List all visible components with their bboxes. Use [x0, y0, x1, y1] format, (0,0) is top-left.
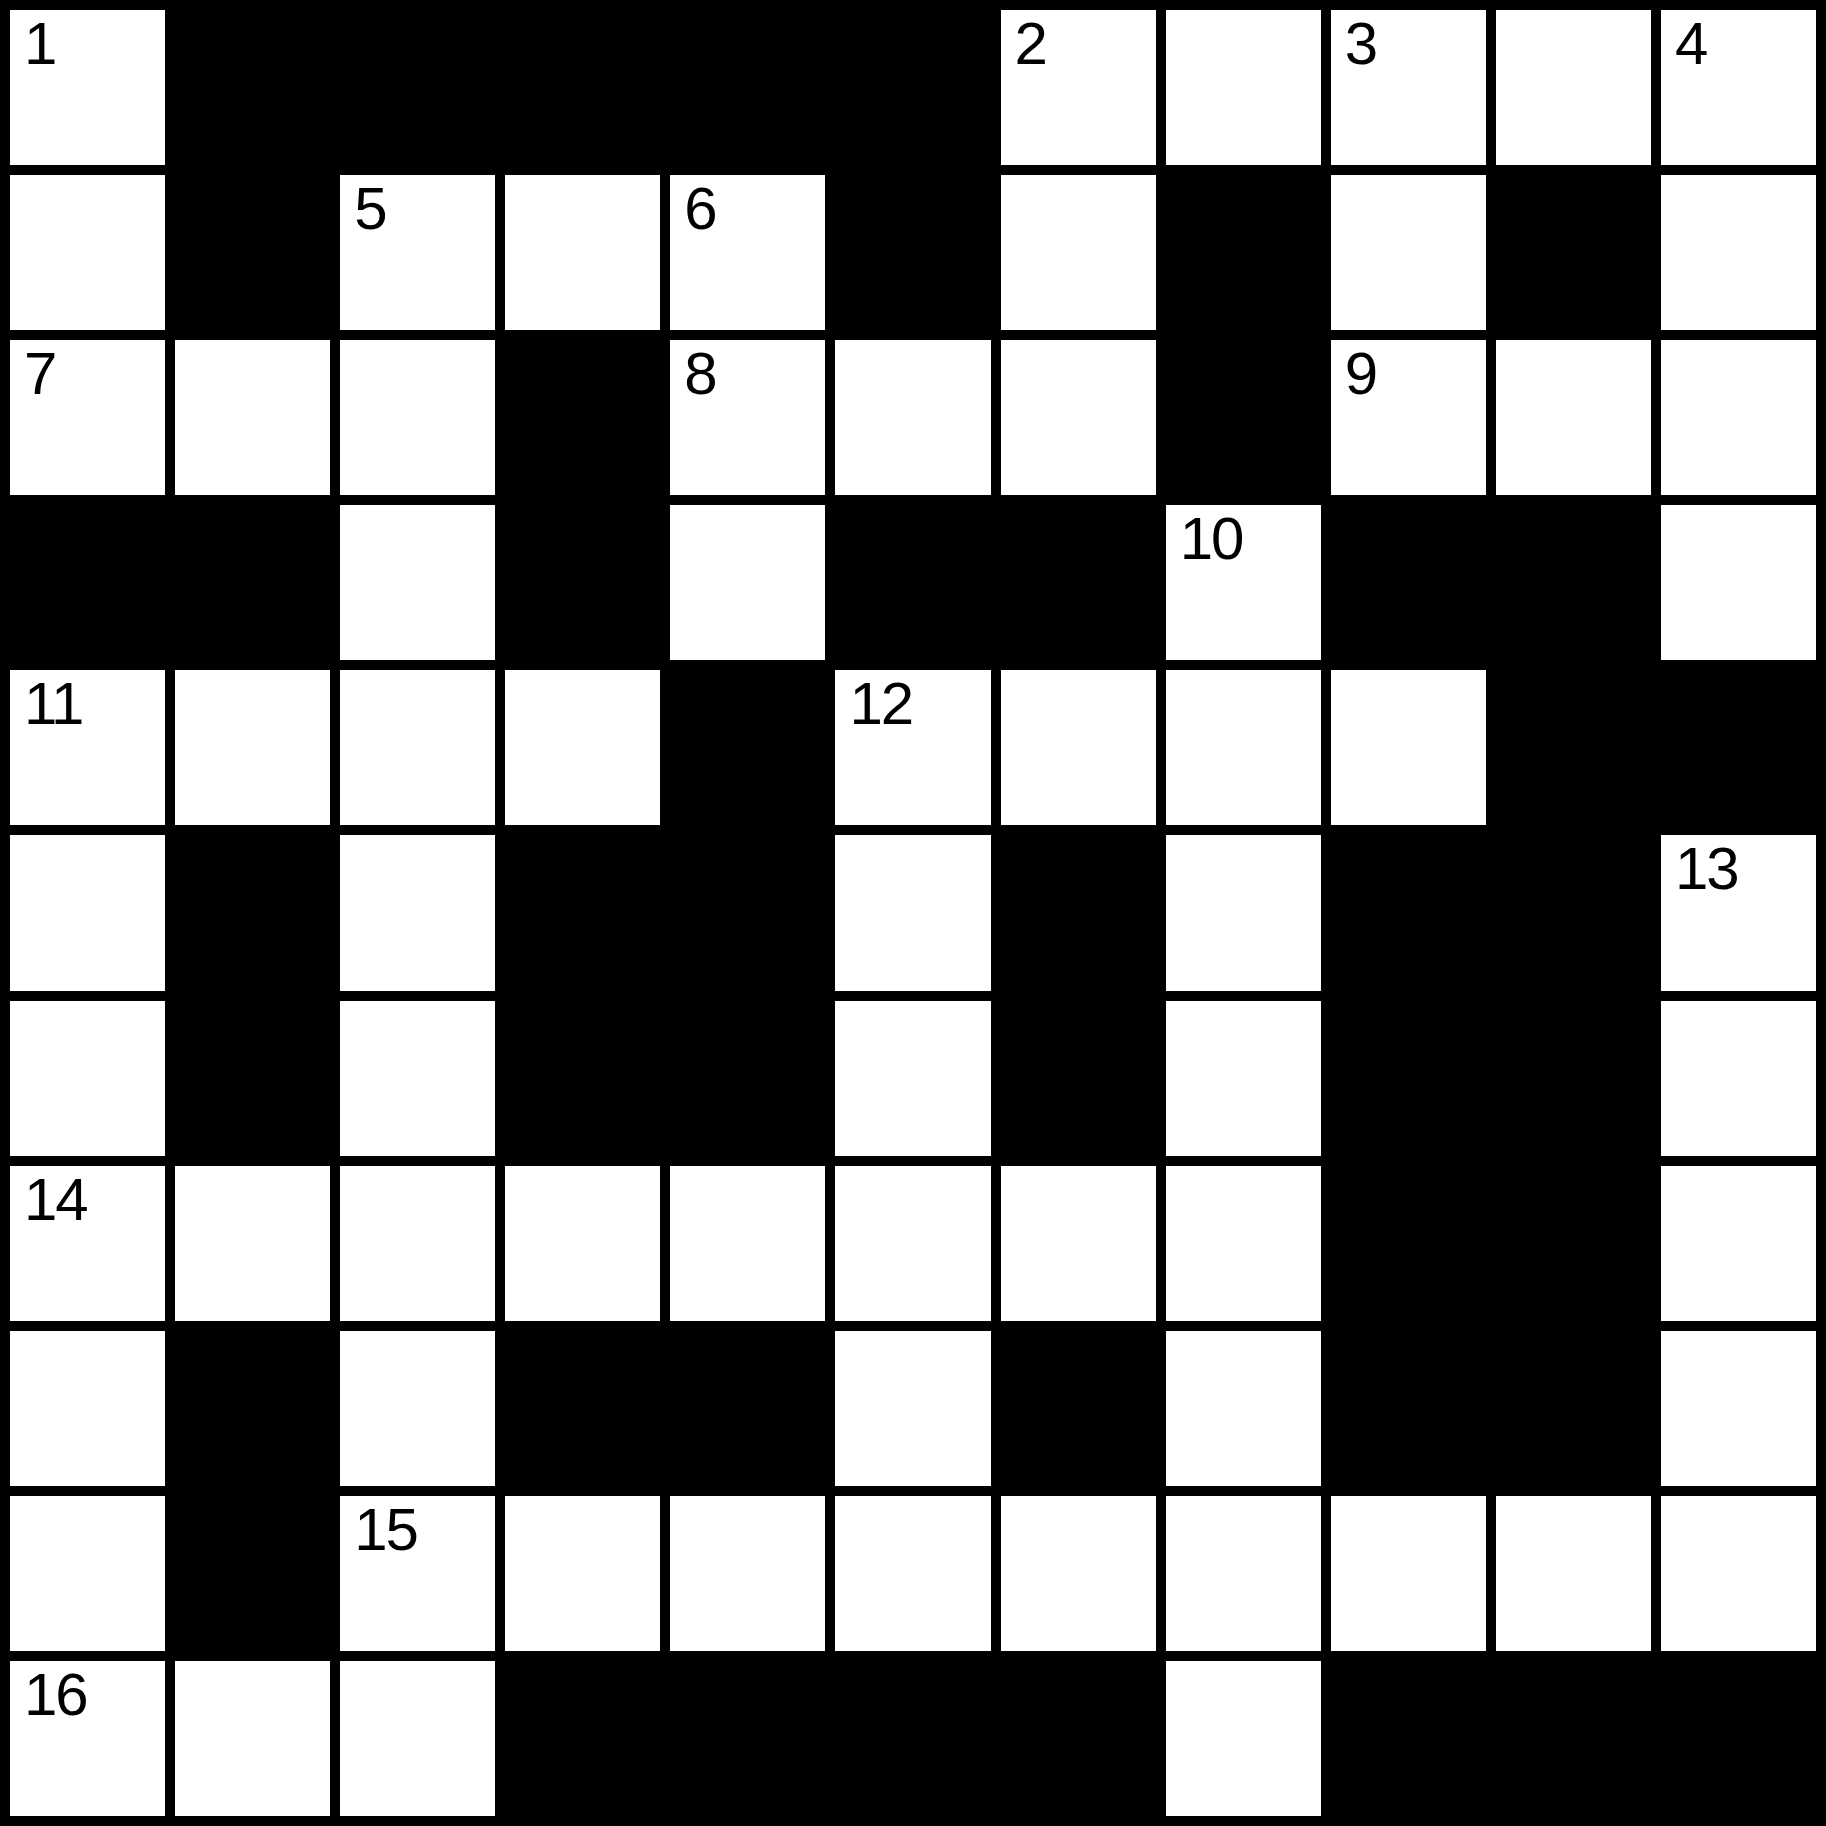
cell-r11c8[interactable] — [1166, 1661, 1321, 1816]
cell-r7c1[interactable] — [10, 1001, 165, 1156]
cell-r8c5[interactable] — [670, 1166, 825, 1321]
cell-r6c1[interactable] — [10, 835, 165, 990]
cell-r8c1[interactable]: 14 — [10, 1166, 165, 1321]
cell-r2c4[interactable] — [505, 175, 660, 330]
cell-r7c6[interactable] — [835, 1001, 990, 1156]
cell-r10c7[interactable] — [1001, 1496, 1156, 1651]
cell-r8c3[interactable] — [340, 1166, 495, 1321]
block-r4c6 — [835, 505, 990, 660]
block-r1c6 — [835, 10, 990, 165]
block-r6c9 — [1331, 835, 1486, 990]
cell-r7c11[interactable] — [1661, 1001, 1816, 1156]
cell-r3c3[interactable] — [340, 340, 495, 495]
cell-r1c9[interactable]: 3 — [1331, 10, 1486, 165]
block-r2c10 — [1496, 175, 1651, 330]
block-r6c10 — [1496, 835, 1651, 990]
cell-r11c1[interactable]: 16 — [10, 1661, 165, 1816]
block-r2c8 — [1166, 175, 1321, 330]
cell-r8c6[interactable] — [835, 1166, 990, 1321]
cell-r8c2[interactable] — [175, 1166, 330, 1321]
block-r1c2 — [175, 10, 330, 165]
clue-number-14: 14 — [24, 1170, 87, 1230]
block-r7c9 — [1331, 1001, 1486, 1156]
cell-r4c11[interactable] — [1661, 505, 1816, 660]
block-r11c10 — [1496, 1661, 1651, 1816]
block-r6c2 — [175, 835, 330, 990]
block-r5c5 — [670, 670, 825, 825]
clue-number-9: 9 — [1345, 344, 1376, 404]
cell-r5c9[interactable] — [1331, 670, 1486, 825]
block-r6c5 — [670, 835, 825, 990]
cell-r5c8[interactable] — [1166, 670, 1321, 825]
cell-r9c11[interactable] — [1661, 1331, 1816, 1486]
clue-number-6: 6 — [684, 179, 715, 239]
clue-number-11: 11 — [24, 674, 82, 734]
clue-number-2: 2 — [1015, 14, 1046, 74]
block-r11c4 — [505, 1661, 660, 1816]
cell-r10c3[interactable]: 15 — [340, 1496, 495, 1651]
clue-number-10: 10 — [1180, 509, 1243, 569]
cell-r1c8[interactable] — [1166, 10, 1321, 165]
block-r2c2 — [175, 175, 330, 330]
cell-r11c3[interactable] — [340, 1661, 495, 1816]
cell-r2c11[interactable] — [1661, 175, 1816, 330]
block-r4c4 — [505, 505, 660, 660]
cell-r2c1[interactable] — [10, 175, 165, 330]
block-r9c4 — [505, 1331, 660, 1486]
block-r11c11 — [1661, 1661, 1816, 1816]
cell-r4c8[interactable]: 10 — [1166, 505, 1321, 660]
cell-r3c9[interactable]: 9 — [1331, 340, 1486, 495]
block-r4c9 — [1331, 505, 1486, 660]
cell-r2c7[interactable] — [1001, 175, 1156, 330]
block-r1c5 — [670, 10, 825, 165]
block-r9c5 — [670, 1331, 825, 1486]
cell-r7c8[interactable] — [1166, 1001, 1321, 1156]
block-r6c7 — [1001, 835, 1156, 990]
cell-r9c1[interactable] — [10, 1331, 165, 1486]
block-r4c7 — [1001, 505, 1156, 660]
block-r7c5 — [670, 1001, 825, 1156]
cell-r4c3[interactable] — [340, 505, 495, 660]
clue-number-4: 4 — [1675, 14, 1706, 74]
cell-r5c2[interactable] — [175, 670, 330, 825]
block-r8c10 — [1496, 1166, 1651, 1321]
cell-r10c8[interactable] — [1166, 1496, 1321, 1651]
block-r7c10 — [1496, 1001, 1651, 1156]
clue-number-1: 1 — [24, 14, 55, 74]
cell-r3c7[interactable] — [1001, 340, 1156, 495]
block-r2c6 — [835, 175, 990, 330]
cell-r11c2[interactable] — [175, 1661, 330, 1816]
cell-r1c1[interactable]: 1 — [10, 10, 165, 165]
cell-r10c4[interactable] — [505, 1496, 660, 1651]
clue-number-16: 16 — [24, 1665, 87, 1725]
cell-r2c5[interactable]: 6 — [670, 175, 825, 330]
block-r4c10 — [1496, 505, 1651, 660]
cell-r8c11[interactable] — [1661, 1166, 1816, 1321]
cell-r3c5[interactable]: 8 — [670, 340, 825, 495]
block-r4c2 — [175, 505, 330, 660]
cell-r8c8[interactable] — [1166, 1166, 1321, 1321]
cell-r4c5[interactable] — [670, 505, 825, 660]
block-r11c9 — [1331, 1661, 1486, 1816]
cell-r9c8[interactable] — [1166, 1331, 1321, 1486]
block-r9c10 — [1496, 1331, 1651, 1486]
cell-r6c8[interactable] — [1166, 835, 1321, 990]
block-r11c6 — [835, 1661, 990, 1816]
cell-r8c7[interactable] — [1001, 1166, 1156, 1321]
cell-r8c4[interactable] — [505, 1166, 660, 1321]
cell-r10c1[interactable] — [10, 1496, 165, 1651]
cell-r3c1[interactable]: 7 — [10, 340, 165, 495]
clue-number-3: 3 — [1345, 14, 1376, 74]
cell-r3c6[interactable] — [835, 340, 990, 495]
cell-r3c10[interactable] — [1496, 340, 1651, 495]
cell-r10c11[interactable] — [1661, 1496, 1816, 1651]
block-r7c4 — [505, 1001, 660, 1156]
crossword-grid: 12345678910111213141516 — [0, 0, 1826, 1826]
block-r10c2 — [175, 1496, 330, 1651]
cell-r10c9[interactable] — [1331, 1496, 1486, 1651]
cell-r10c5[interactable] — [670, 1496, 825, 1651]
block-r5c10 — [1496, 670, 1651, 825]
block-r3c4 — [505, 340, 660, 495]
block-r4c1 — [10, 505, 165, 660]
clue-number-12: 12 — [849, 674, 912, 734]
clue-number-7: 7 — [24, 344, 55, 404]
cell-r2c9[interactable] — [1331, 175, 1486, 330]
cell-r6c3[interactable] — [340, 835, 495, 990]
cell-r1c7[interactable]: 2 — [1001, 10, 1156, 165]
clue-number-15: 15 — [354, 1500, 417, 1560]
block-r8c9 — [1331, 1166, 1486, 1321]
cell-r9c6[interactable] — [835, 1331, 990, 1486]
cell-r7c3[interactable] — [340, 1001, 495, 1156]
clue-number-5: 5 — [354, 179, 385, 239]
cell-r1c11[interactable]: 4 — [1661, 10, 1816, 165]
cell-r5c6[interactable]: 12 — [835, 670, 990, 825]
block-r9c7 — [1001, 1331, 1156, 1486]
block-r11c7 — [1001, 1661, 1156, 1816]
cell-r2c3[interactable]: 5 — [340, 175, 495, 330]
block-r5c11 — [1661, 670, 1816, 825]
cell-r5c4[interactable] — [505, 670, 660, 825]
clue-number-8: 8 — [684, 344, 715, 404]
cell-r3c11[interactable] — [1661, 340, 1816, 495]
cell-r5c7[interactable] — [1001, 670, 1156, 825]
cell-r3c2[interactable] — [175, 340, 330, 495]
block-r9c2 — [175, 1331, 330, 1486]
block-r1c4 — [505, 10, 660, 165]
cell-r5c3[interactable] — [340, 670, 495, 825]
block-r11c5 — [670, 1661, 825, 1816]
block-r6c4 — [505, 835, 660, 990]
cell-r6c11[interactable]: 13 — [1661, 835, 1816, 990]
clue-number-13: 13 — [1675, 839, 1738, 899]
cell-r5c1[interactable]: 11 — [10, 670, 165, 825]
cell-r1c10[interactable] — [1496, 10, 1651, 165]
block-r7c7 — [1001, 1001, 1156, 1156]
block-r1c3 — [340, 10, 495, 165]
block-r9c9 — [1331, 1331, 1486, 1486]
cell-r10c6[interactable] — [835, 1496, 990, 1651]
cell-r9c3[interactable] — [340, 1331, 495, 1486]
cell-r6c6[interactable] — [835, 835, 990, 990]
cell-r10c10[interactable] — [1496, 1496, 1651, 1651]
block-r3c8 — [1166, 340, 1321, 495]
block-r7c2 — [175, 1001, 330, 1156]
